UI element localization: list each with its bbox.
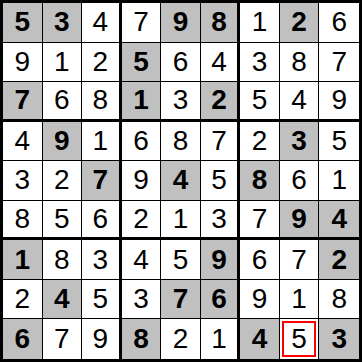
cell-r2c4[interactable]: 5 <box>122 43 162 83</box>
cell-r9c7[interactable]: 4 <box>240 319 280 359</box>
cell-r4c5[interactable]: 8 <box>161 122 201 162</box>
cell-r5c1[interactable]: 3 <box>3 161 43 201</box>
cell-r9c4[interactable]: 8 <box>122 319 162 359</box>
cell-r3c8[interactable]: 4 <box>280 82 320 122</box>
cell-r5c6[interactable]: 5 <box>201 161 241 201</box>
cell-r4c6[interactable]: 7 <box>201 122 241 162</box>
cell-r3c3[interactable]: 8 <box>82 82 122 122</box>
cell-r6c5[interactable]: 1 <box>161 201 201 241</box>
cell-r5c5[interactable]: 4 <box>161 161 201 201</box>
cell-r7c5[interactable]: 5 <box>161 240 201 280</box>
cell-r8c3[interactable]: 5 <box>82 280 122 320</box>
cell-r9c9[interactable]: 3 <box>319 319 359 359</box>
cell-r7c7[interactable]: 6 <box>240 240 280 280</box>
cell-r5c4[interactable]: 9 <box>122 161 162 201</box>
cell-r2c6[interactable]: 4 <box>201 43 241 83</box>
cell-r3c1[interactable]: 7 <box>3 82 43 122</box>
cell-r7c1[interactable]: 1 <box>3 240 43 280</box>
cell-r2c5[interactable]: 6 <box>161 43 201 83</box>
cell-r2c7[interactable]: 3 <box>240 43 280 83</box>
cell-r6c9[interactable]: 4 <box>319 201 359 241</box>
cell-r5c9[interactable]: 1 <box>319 161 359 201</box>
cell-r6c6[interactable]: 3 <box>201 201 241 241</box>
cell-r6c8[interactable]: 9 <box>280 201 320 241</box>
cell-r9c3[interactable]: 9 <box>82 319 122 359</box>
cell-r8c5[interactable]: 7 <box>161 280 201 320</box>
cell-r9c2[interactable]: 7 <box>43 319 83 359</box>
cell-r2c3[interactable]: 2 <box>82 43 122 83</box>
cell-r7c2[interactable]: 8 <box>43 240 83 280</box>
cell-r8c9[interactable]: 8 <box>319 280 359 320</box>
cell-r6c3[interactable]: 6 <box>82 201 122 241</box>
cell-r9c8[interactable]: 5 <box>280 319 320 359</box>
cell-r7c8[interactable]: 7 <box>280 240 320 280</box>
cell-r6c1[interactable]: 8 <box>3 201 43 241</box>
sudoku-board: 5347981269125643877681325494916872353279… <box>0 0 362 362</box>
cell-r7c4[interactable]: 4 <box>122 240 162 280</box>
cell-r8c8[interactable]: 1 <box>280 280 320 320</box>
cell-r5c8[interactable]: 6 <box>280 161 320 201</box>
cell-r7c6[interactable]: 9 <box>201 240 241 280</box>
cell-r1c9[interactable]: 6 <box>319 3 359 43</box>
cell-r1c3[interactable]: 4 <box>82 3 122 43</box>
cell-r6c2[interactable]: 5 <box>43 201 83 241</box>
cell-r1c4[interactable]: 7 <box>122 3 162 43</box>
cell-r4c3[interactable]: 1 <box>82 122 122 162</box>
cell-r8c2[interactable]: 4 <box>43 280 83 320</box>
cell-r9c5[interactable]: 2 <box>161 319 201 359</box>
cell-r2c9[interactable]: 7 <box>319 43 359 83</box>
cell-r7c9[interactable]: 2 <box>319 240 359 280</box>
cell-r3c9[interactable]: 9 <box>319 82 359 122</box>
cell-r8c4[interactable]: 3 <box>122 280 162 320</box>
cell-r2c1[interactable]: 9 <box>3 43 43 83</box>
cell-r5c3[interactable]: 7 <box>82 161 122 201</box>
cell-r3c5[interactable]: 3 <box>161 82 201 122</box>
cell-r1c2[interactable]: 3 <box>43 3 83 43</box>
cell-r9c6[interactable]: 1 <box>201 319 241 359</box>
cell-r8c6[interactable]: 6 <box>201 280 241 320</box>
cell-r5c7[interactable]: 8 <box>240 161 280 201</box>
cell-r6c4[interactable]: 2 <box>122 201 162 241</box>
cell-r7c3[interactable]: 3 <box>82 240 122 280</box>
cell-r6c7[interactable]: 7 <box>240 201 280 241</box>
cell-r5c2[interactable]: 2 <box>43 161 83 201</box>
cell-r4c8[interactable]: 3 <box>280 122 320 162</box>
cell-r1c1[interactable]: 5 <box>3 3 43 43</box>
cell-r1c5[interactable]: 9 <box>161 3 201 43</box>
cell-r2c8[interactable]: 8 <box>280 43 320 83</box>
cell-r3c7[interactable]: 5 <box>240 82 280 122</box>
cell-r2c2[interactable]: 1 <box>43 43 83 83</box>
cell-r3c6[interactable]: 2 <box>201 82 241 122</box>
cell-r1c7[interactable]: 1 <box>240 3 280 43</box>
cell-r4c2[interactable]: 9 <box>43 122 83 162</box>
cell-r1c8[interactable]: 2 <box>280 3 320 43</box>
cell-r3c4[interactable]: 1 <box>122 82 162 122</box>
cell-r4c9[interactable]: 5 <box>319 122 359 162</box>
cell-r4c1[interactable]: 4 <box>3 122 43 162</box>
cell-r9c1[interactable]: 6 <box>3 319 43 359</box>
cell-r8c7[interactable]: 9 <box>240 280 280 320</box>
cell-r8c1[interactable]: 2 <box>3 280 43 320</box>
cell-r4c4[interactable]: 6 <box>122 122 162 162</box>
cell-r3c2[interactable]: 6 <box>43 82 83 122</box>
cell-r1c6[interactable]: 8 <box>201 3 241 43</box>
cell-r4c7[interactable]: 2 <box>240 122 280 162</box>
